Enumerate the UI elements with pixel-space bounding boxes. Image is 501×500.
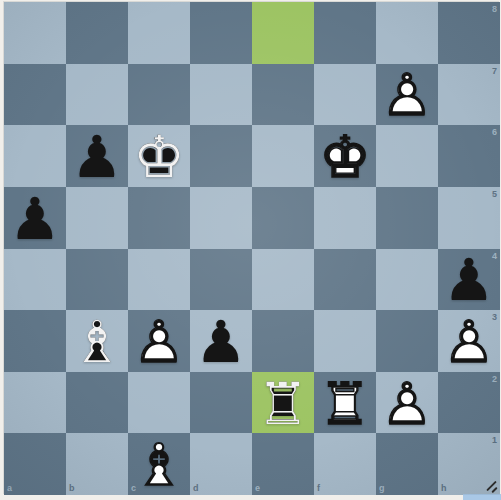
piece-white-pawn[interactable]: ♟♙ [438,310,500,372]
piece-glyph-line: ♗ [128,434,190,496]
square-h5[interactable]: 5 [438,187,500,249]
square-c8[interactable] [128,2,190,64]
rank-label-2: 2 [492,375,497,384]
square-e8[interactable] [252,2,314,64]
square-a7[interactable] [4,64,66,126]
piece-glyph-line: ♖ [314,373,376,435]
square-g7[interactable]: ♟♙ [376,64,438,126]
square-h4[interactable]: 4♟ [438,249,500,311]
square-e2[interactable]: ♜♖ [252,372,314,434]
file-label-b: b [69,484,75,493]
square-c4[interactable] [128,249,190,311]
file-label-e: e [255,484,260,493]
rank-label-6: 6 [492,128,497,137]
square-b6[interactable]: ♟ [66,125,128,187]
square-f2[interactable]: ♜♖ [314,372,376,434]
square-d3[interactable]: ♟ [190,310,252,372]
square-f1[interactable]: f [314,433,376,495]
piece-glyph-line: ♗ [66,311,128,373]
square-d1[interactable]: d [190,433,252,495]
square-a1[interactable]: a [4,433,66,495]
piece-white-king[interactable]: ♚♔ [314,125,376,187]
square-g8[interactable] [376,2,438,64]
file-label-g: g [379,484,385,493]
piece-black-bishop[interactable]: ♝♗ [66,310,128,372]
square-h7[interactable]: 7 [438,64,500,126]
piece-black-king[interactable]: ♚♔ [128,125,190,187]
rank-label-1: 1 [492,436,497,445]
rank-label-5: 5 [492,190,497,199]
square-g6[interactable] [376,125,438,187]
scrollbar-fragment [463,494,501,500]
square-e1[interactable]: e [252,433,314,495]
file-label-h: h [441,484,447,493]
square-e7[interactable] [252,64,314,126]
piece-white-pawn[interactable]: ♟♙ [128,310,190,372]
square-b8[interactable] [66,2,128,64]
square-c6[interactable]: ♚♔ [128,125,190,187]
piece-glyph-line: ♙ [376,65,438,127]
square-e3[interactable] [252,310,314,372]
piece-white-pawn[interactable]: ♟♙ [376,372,438,434]
square-f7[interactable] [314,64,376,126]
piece-glyph-line: ♔ [314,126,376,188]
square-c3[interactable]: ♟♙ [128,310,190,372]
square-a3[interactable] [4,310,66,372]
square-h3[interactable]: 3♟♙ [438,310,500,372]
square-h8[interactable]: 8 [438,2,500,64]
piece-glyph-fill: ♟ [438,250,500,312]
square-b4[interactable] [66,249,128,311]
square-e6[interactable] [252,125,314,187]
square-f8[interactable] [314,2,376,64]
piece-white-bishop[interactable]: ♝♗ [128,433,190,495]
piece-black-rook[interactable]: ♜♖ [252,372,314,434]
square-a6[interactable] [4,125,66,187]
resize-handle-line [491,487,497,493]
square-c7[interactable] [128,64,190,126]
square-d5[interactable] [190,187,252,249]
board-grid: 8♟♙7♟♚♔♚♔6♟54♟♝♗♟♙♟3♟♙♜♖♜♖♟♙2abc♝♗defg1h [4,2,500,495]
piece-glyph-fill: ♟ [66,126,128,188]
square-c1[interactable]: c♝♗ [128,433,190,495]
square-a2[interactable] [4,372,66,434]
piece-glyph-fill: ♟ [190,311,252,373]
square-b7[interactable] [66,64,128,126]
rank-label-7: 7 [492,67,497,76]
piece-glyph-fill: ♟ [4,188,66,250]
square-b2[interactable] [66,372,128,434]
square-b5[interactable] [66,187,128,249]
square-e5[interactable] [252,187,314,249]
square-d2[interactable] [190,372,252,434]
chess-board: 8♟♙7♟♚♔♚♔6♟54♟♝♗♟♙♟3♟♙♜♖♜♖♟♙2abc♝♗defg1h [4,2,500,495]
piece-black-pawn[interactable]: ♟ [438,249,500,311]
file-label-d: d [193,484,199,493]
square-b3[interactable]: ♝♗ [66,310,128,372]
square-a8[interactable] [4,2,66,64]
square-f4[interactable] [314,249,376,311]
square-h2[interactable]: 2 [438,372,500,434]
rank-label-8: 8 [492,5,497,14]
file-label-f: f [317,484,320,493]
square-f6[interactable]: ♚♔ [314,125,376,187]
square-d4[interactable] [190,249,252,311]
square-f3[interactable] [314,310,376,372]
square-a4[interactable] [4,249,66,311]
piece-white-rook[interactable]: ♜♖ [314,372,376,434]
piece-white-pawn[interactable]: ♟♙ [376,64,438,126]
piece-glyph-line: ♖ [252,373,314,435]
square-g3[interactable] [376,310,438,372]
square-g4[interactable] [376,249,438,311]
piece-glyph-line: ♙ [376,373,438,435]
piece-black-pawn[interactable]: ♟ [190,310,252,372]
file-label-a: a [7,484,12,493]
square-f5[interactable] [314,187,376,249]
square-c2[interactable] [128,372,190,434]
piece-black-pawn[interactable]: ♟ [4,187,66,249]
square-d6[interactable] [190,125,252,187]
square-c5[interactable] [128,187,190,249]
chess-diagram-page: 8♟♙7♟♚♔♚♔6♟54♟♝♗♟♙♟3♟♙♜♖♜♖♟♙2abc♝♗defg1h [0,0,501,500]
square-b1[interactable]: b [66,433,128,495]
square-d7[interactable] [190,64,252,126]
piece-glyph-line: ♙ [128,311,190,373]
piece-black-pawn[interactable]: ♟ [66,125,128,187]
square-a5[interactable]: ♟ [4,187,66,249]
square-g1[interactable]: g [376,433,438,495]
square-d8[interactable] [190,2,252,64]
piece-glyph-line: ♔ [128,126,190,188]
square-h6[interactable]: 6 [438,125,500,187]
square-g2[interactable]: ♟♙ [376,372,438,434]
piece-glyph-line: ♙ [438,311,500,373]
square-e4[interactable] [252,249,314,311]
resize-handle-icon[interactable] [486,481,498,493]
square-g5[interactable] [376,187,438,249]
